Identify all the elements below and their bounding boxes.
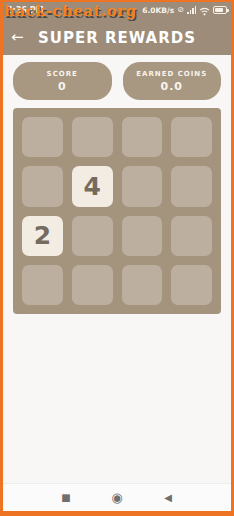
battery-icon xyxy=(213,6,227,14)
scoreboard: SCORE 0 EARNED COINS 0.0 xyxy=(13,62,221,100)
empty-cell xyxy=(22,166,63,206)
empty-cell xyxy=(72,265,113,305)
battery-fill xyxy=(215,8,223,12)
status-icons: 6.0KB/s ⊘ xyxy=(142,1,227,20)
tile-2: 2 xyxy=(22,216,63,256)
empty-cell xyxy=(122,216,163,256)
empty-cell xyxy=(122,117,163,157)
empty-cell xyxy=(171,265,212,305)
wifi-icon xyxy=(199,1,210,20)
home-circle-icon[interactable]: ◉ xyxy=(110,491,124,504)
status-bar: 4:36 PM 6.0KB/s ⊘ xyxy=(0,0,234,20)
score-label: SCORE xyxy=(47,70,78,78)
empty-cell xyxy=(72,216,113,256)
empty-cell xyxy=(171,166,212,206)
empty-cell xyxy=(22,117,63,157)
clock: 4:36 PM xyxy=(7,6,44,15)
network-speed: 6.0KB/s xyxy=(142,6,174,15)
empty-cell xyxy=(171,216,212,256)
android-nav-bar: ■ ◉ ◀ xyxy=(3,483,231,511)
empty-cell xyxy=(122,265,163,305)
app-header: ← SUPER REWARDS xyxy=(0,20,234,55)
mute-icon: ⊘ xyxy=(177,6,184,14)
earned-coins-label: EARNED COINS xyxy=(136,70,207,78)
tile-4: 4 xyxy=(72,166,113,206)
back-triangle-icon[interactable]: ◀ xyxy=(161,493,175,503)
score-value: 0 xyxy=(58,80,67,93)
earned-coins-value: 0.0 xyxy=(161,80,184,93)
empty-cell xyxy=(22,265,63,305)
app-title: SUPER REWARDS xyxy=(38,29,196,47)
recents-square-icon[interactable]: ■ xyxy=(59,493,73,503)
score-box: SCORE 0 xyxy=(13,62,112,100)
empty-cell xyxy=(122,166,163,206)
board[interactable]: 42 xyxy=(13,108,221,314)
empty-cell xyxy=(72,117,113,157)
back-arrow-icon[interactable]: ← xyxy=(11,27,24,47)
empty-cell xyxy=(171,117,212,157)
cell-signal-icon xyxy=(187,6,196,14)
earned-coins-box: EARNED COINS 0.0 xyxy=(123,62,222,100)
